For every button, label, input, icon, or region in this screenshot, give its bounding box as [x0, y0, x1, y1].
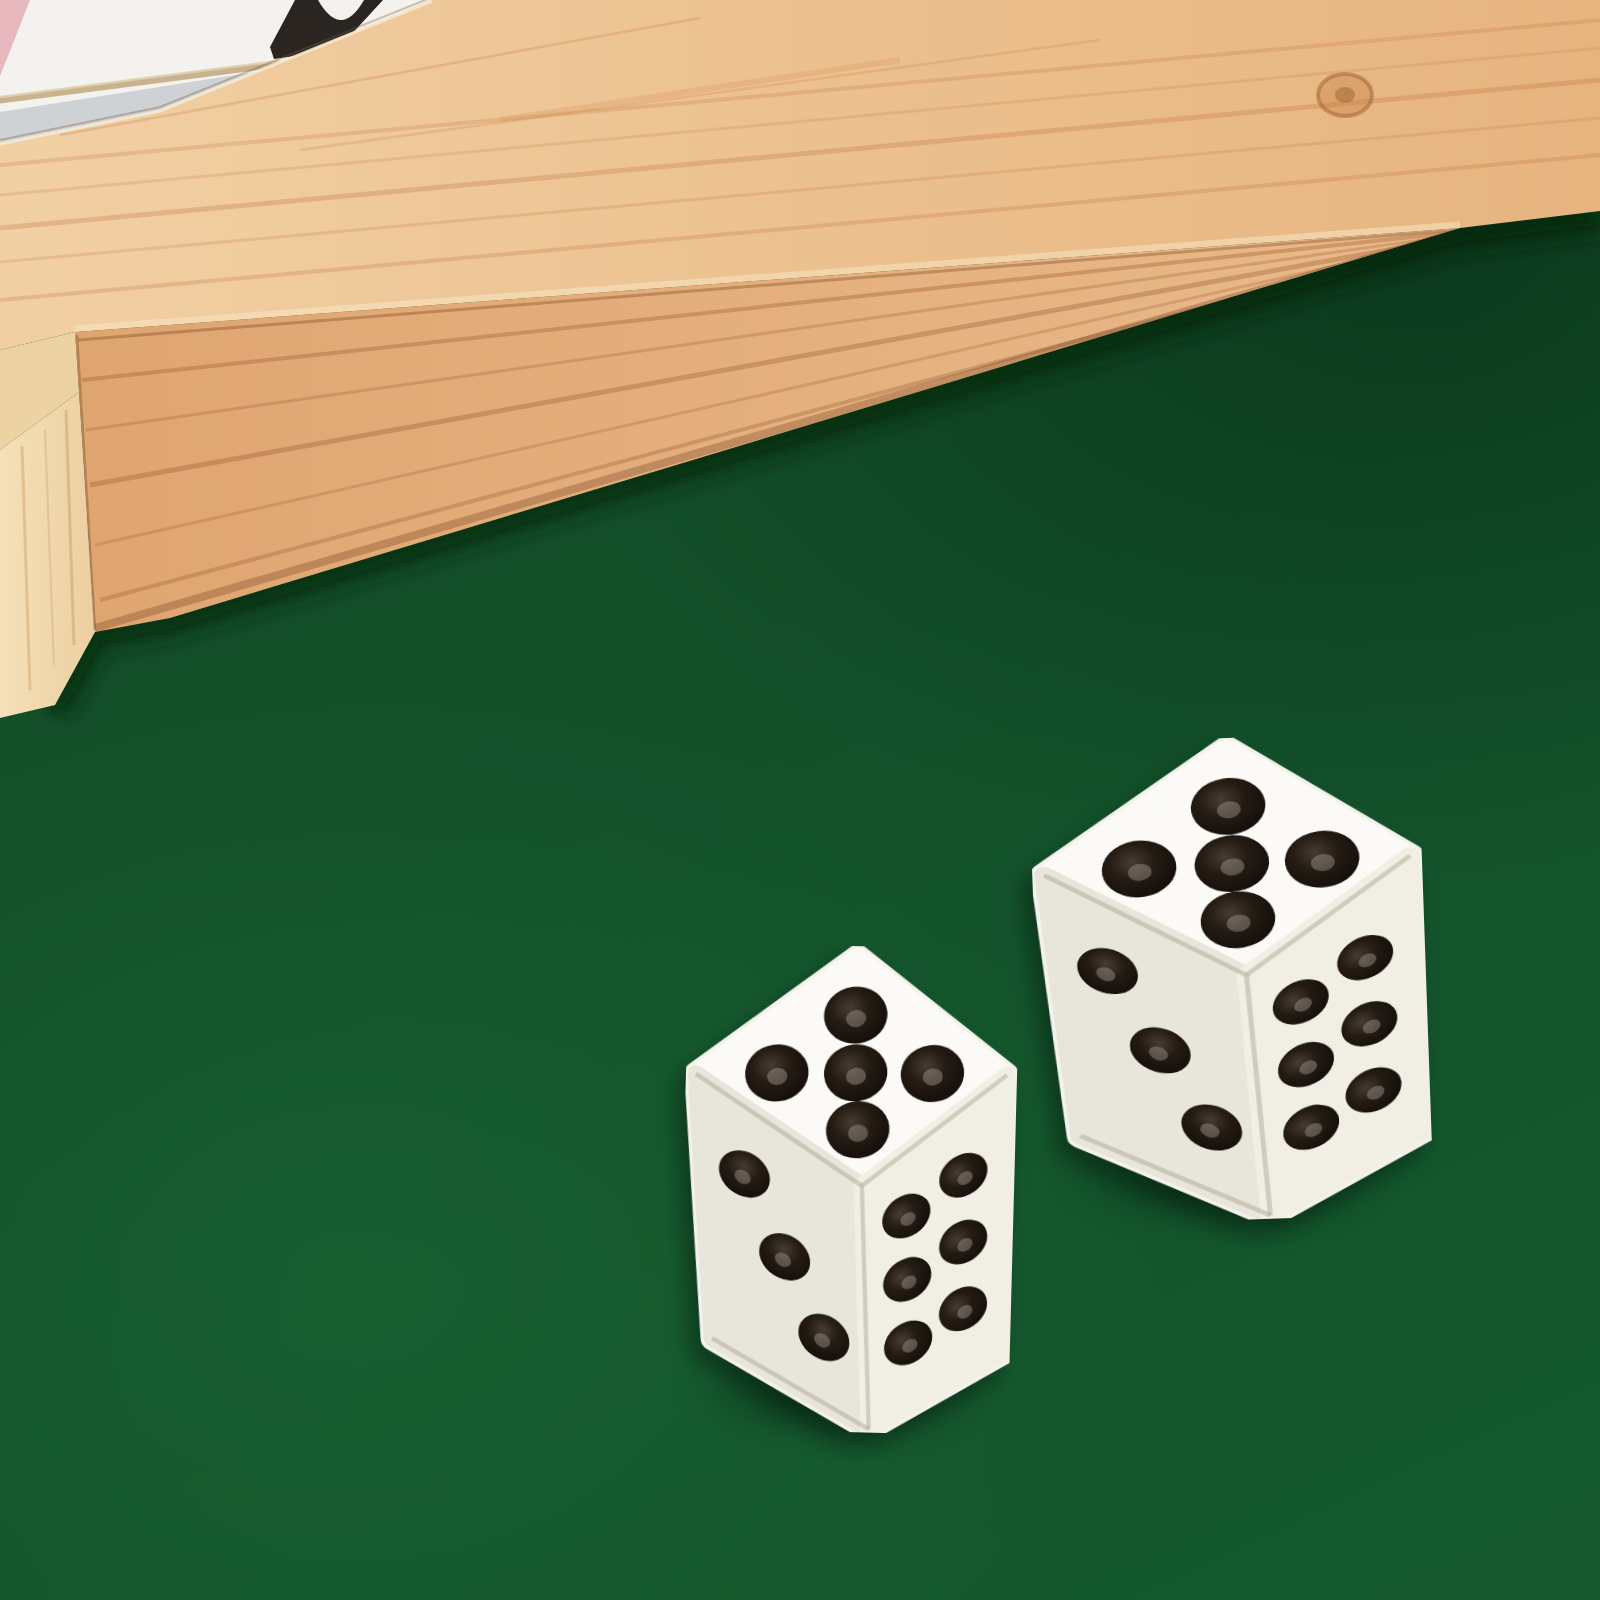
die-right[interactable]	[1028, 731, 1435, 1226]
die-right-svg	[1028, 731, 1435, 1226]
die-left-svg	[677, 942, 1021, 1436]
dice-tray-scene	[0, 0, 1600, 1600]
die-left[interactable]	[677, 942, 1021, 1436]
